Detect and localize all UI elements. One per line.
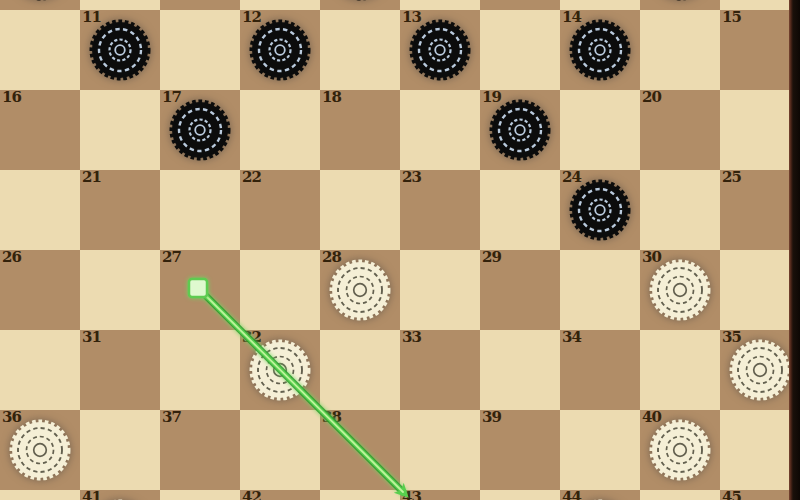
square-light bbox=[80, 90, 160, 170]
square-40[interactable]: 40 bbox=[640, 410, 720, 490]
square-number: 38 bbox=[322, 409, 341, 425]
black-man-12[interactable] bbox=[244, 14, 316, 86]
square-24[interactable]: 24 bbox=[560, 170, 640, 250]
white-man-40[interactable] bbox=[644, 414, 716, 486]
square-12[interactable]: 12 bbox=[240, 10, 320, 90]
square-light bbox=[240, 250, 320, 330]
square-light bbox=[320, 10, 400, 90]
square-number: 37 bbox=[162, 409, 181, 425]
square-number: 25 bbox=[722, 169, 741, 185]
square-light bbox=[640, 10, 720, 90]
square-light bbox=[0, 330, 80, 410]
square-17[interactable]: 17 bbox=[160, 90, 240, 170]
square-number: 21 bbox=[82, 169, 101, 185]
black-man-17[interactable] bbox=[164, 94, 236, 166]
black-man-13[interactable] bbox=[404, 14, 476, 86]
square-light bbox=[320, 170, 400, 250]
square-light bbox=[80, 250, 160, 330]
square-number: 43 bbox=[402, 489, 421, 500]
square-10[interactable]: 10 bbox=[640, 0, 720, 10]
square-light bbox=[80, 410, 160, 490]
square-light bbox=[720, 90, 800, 170]
square-number: 20 bbox=[642, 89, 661, 105]
square-35[interactable]: 35 bbox=[720, 330, 800, 410]
square-20[interactable]: 20 bbox=[640, 90, 720, 170]
white-man-28[interactable] bbox=[324, 254, 396, 326]
square-30[interactable]: 30 bbox=[640, 250, 720, 330]
black-man-10[interactable] bbox=[644, 0, 716, 6]
black-man-14[interactable] bbox=[564, 14, 636, 86]
square-number: 18 bbox=[322, 89, 341, 105]
square-42[interactable]: 42 bbox=[240, 490, 320, 500]
square-number: 27 bbox=[162, 249, 181, 265]
square-32[interactable]: 32 bbox=[240, 330, 320, 410]
black-man-19[interactable] bbox=[484, 94, 556, 166]
square-7[interactable]: 7 bbox=[160, 0, 240, 10]
square-light bbox=[480, 330, 560, 410]
square-15[interactable]: 15 bbox=[720, 10, 800, 90]
square-19[interactable]: 19 bbox=[480, 90, 560, 170]
square-26[interactable]: 26 bbox=[0, 250, 80, 330]
square-22[interactable]: 22 bbox=[240, 170, 320, 250]
square-light bbox=[0, 490, 80, 500]
square-light bbox=[240, 410, 320, 490]
square-number: 34 bbox=[562, 329, 581, 345]
square-38[interactable]: 38 bbox=[320, 410, 400, 490]
square-number: 23 bbox=[402, 169, 421, 185]
square-light bbox=[0, 170, 80, 250]
square-37[interactable]: 37 bbox=[160, 410, 240, 490]
square-6[interactable]: 6 bbox=[0, 0, 80, 10]
square-25[interactable]: 25 bbox=[720, 170, 800, 250]
square-number: 33 bbox=[402, 329, 421, 345]
black-man-6[interactable] bbox=[4, 0, 76, 6]
white-man-32[interactable] bbox=[244, 334, 316, 406]
square-light bbox=[640, 490, 720, 500]
square-light bbox=[560, 410, 640, 490]
square-23[interactable]: 23 bbox=[400, 170, 480, 250]
square-light bbox=[480, 10, 560, 90]
square-light bbox=[640, 330, 720, 410]
square-45[interactable]: 45 bbox=[720, 490, 800, 500]
square-light bbox=[400, 410, 480, 490]
square-21[interactable]: 21 bbox=[80, 170, 160, 250]
square-light bbox=[400, 250, 480, 330]
square-16[interactable]: 16 bbox=[0, 90, 80, 170]
white-man-30[interactable] bbox=[644, 254, 716, 326]
square-39[interactable]: 39 bbox=[480, 410, 560, 490]
square-13[interactable]: 13 bbox=[400, 10, 480, 90]
square-light bbox=[480, 170, 560, 250]
square-41[interactable]: 41 bbox=[80, 490, 160, 500]
square-light bbox=[240, 90, 320, 170]
square-28[interactable]: 28 bbox=[320, 250, 400, 330]
square-light bbox=[160, 490, 240, 500]
white-man-36[interactable] bbox=[4, 414, 76, 486]
square-number: 45 bbox=[722, 489, 741, 500]
draughts-board-viewport: 6789101112131415161718192021222324252627… bbox=[0, 0, 800, 500]
square-31[interactable]: 31 bbox=[80, 330, 160, 410]
square-light bbox=[160, 170, 240, 250]
square-number: 39 bbox=[482, 409, 501, 425]
square-9[interactable]: 9 bbox=[480, 0, 560, 10]
black-man-24[interactable] bbox=[564, 174, 636, 246]
square-light bbox=[160, 10, 240, 90]
square-light bbox=[720, 410, 800, 490]
square-light bbox=[320, 490, 400, 500]
square-light bbox=[480, 490, 560, 500]
square-36[interactable]: 36 bbox=[0, 410, 80, 490]
square-8[interactable]: 8 bbox=[320, 0, 400, 10]
square-number: 31 bbox=[82, 329, 101, 345]
square-light bbox=[0, 10, 80, 90]
draughts-board: 6789101112131415161718192021222324252627… bbox=[0, 0, 800, 500]
white-man-41[interactable] bbox=[84, 494, 156, 500]
white-man-44[interactable] bbox=[564, 494, 636, 500]
square-light bbox=[320, 330, 400, 410]
square-33[interactable]: 33 bbox=[400, 330, 480, 410]
square-27[interactable]: 27 bbox=[160, 250, 240, 330]
square-number: 42 bbox=[242, 489, 261, 500]
square-43[interactable]: 43 bbox=[400, 490, 480, 500]
square-18[interactable]: 18 bbox=[320, 90, 400, 170]
white-man-35[interactable] bbox=[724, 334, 796, 406]
square-number: 22 bbox=[242, 169, 261, 185]
square-number: 26 bbox=[2, 249, 21, 265]
square-11[interactable]: 11 bbox=[80, 10, 160, 90]
square-14[interactable]: 14 bbox=[560, 10, 640, 90]
black-man-8[interactable] bbox=[324, 0, 396, 6]
square-light bbox=[640, 170, 720, 250]
square-44[interactable]: 44 bbox=[560, 490, 640, 500]
black-man-11[interactable] bbox=[84, 14, 156, 86]
square-light bbox=[720, 250, 800, 330]
square-number: 29 bbox=[482, 249, 501, 265]
square-light bbox=[400, 90, 480, 170]
square-number: 16 bbox=[2, 89, 21, 105]
square-34[interactable]: 34 bbox=[560, 330, 640, 410]
square-number: 15 bbox=[722, 9, 741, 25]
square-light bbox=[560, 90, 640, 170]
square-light bbox=[560, 250, 640, 330]
square-light bbox=[160, 330, 240, 410]
board-right-border bbox=[789, 0, 800, 500]
square-29[interactable]: 29 bbox=[480, 250, 560, 330]
